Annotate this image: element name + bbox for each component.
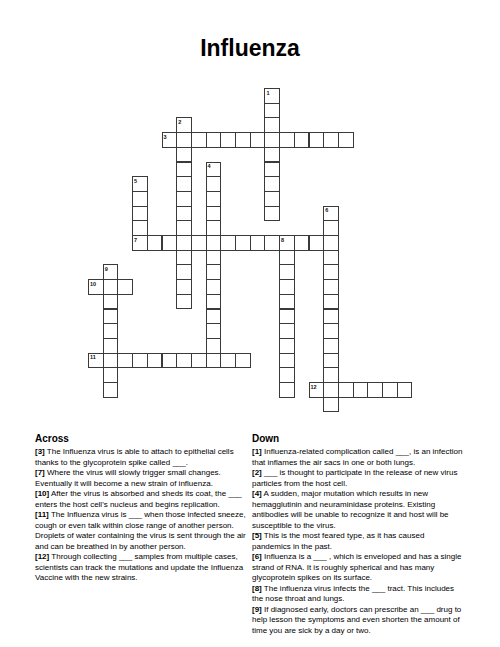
- cell-number: 9: [105, 266, 108, 272]
- clue-number: [5]: [252, 531, 262, 540]
- crossword-cell[interactable]: [264, 117, 280, 133]
- crossword-cell[interactable]: [191, 132, 207, 148]
- crossword-cell[interactable]: [176, 250, 192, 266]
- crossword-cell[interactable]: [309, 132, 325, 148]
- crossword-cell[interactable]: [191, 235, 207, 251]
- clue-number: [7]: [35, 468, 45, 477]
- cell-number: 8: [281, 237, 284, 243]
- crossword-cell[interactable]: [206, 176, 222, 192]
- crossword-cell[interactable]: [353, 382, 369, 398]
- crossword-cell[interactable]: 6: [323, 206, 339, 222]
- crossword-cell[interactable]: [235, 353, 251, 369]
- crossword-cell[interactable]: [103, 367, 119, 383]
- crossword-cell[interactable]: [206, 206, 222, 222]
- crossword-cell[interactable]: [338, 132, 354, 148]
- crossword-cell[interactable]: [279, 279, 295, 295]
- crossword-cell[interactable]: [264, 103, 280, 119]
- crossword-cell[interactable]: [103, 323, 119, 339]
- crossword-cell[interactable]: 3: [162, 132, 178, 148]
- cell-number: 10: [90, 281, 96, 287]
- cell-number: 11: [90, 354, 96, 360]
- crossword-cell[interactable]: [176, 191, 192, 207]
- crossword-cell[interactable]: [323, 367, 339, 383]
- crossword-page: Influenza 123456789101112 Across [3] The…: [0, 0, 500, 647]
- crossword-cell[interactable]: [323, 264, 339, 280]
- crossword-cell[interactable]: [162, 353, 178, 369]
- clue-item: [10] After the virus is absorbed and she…: [35, 489, 248, 510]
- crossword-cell[interactable]: [323, 382, 339, 398]
- clue-number: [6]: [252, 552, 262, 561]
- clue-item: [7] Where the virus will slowly trigger …: [35, 468, 248, 489]
- crossword-cell[interactable]: [176, 176, 192, 192]
- clue-number: [3]: [35, 447, 45, 456]
- crossword-cell[interactable]: [132, 353, 148, 369]
- clue-item: [11] The Influenza virus is ___ when tho…: [35, 510, 248, 552]
- crossword-cell[interactable]: [176, 206, 192, 222]
- crossword-cell[interactable]: [206, 220, 222, 236]
- crossword-cell[interactable]: 2: [176, 117, 192, 133]
- crossword-cell[interactable]: [147, 353, 163, 369]
- cell-number: 4: [208, 163, 211, 169]
- crossword-cell[interactable]: [323, 294, 339, 310]
- crossword-cell[interactable]: [176, 235, 192, 251]
- clues-down-section: Down [1] Influenza-related complication …: [252, 433, 465, 636]
- crossword-cell[interactable]: [323, 220, 339, 236]
- crossword-cell[interactable]: [323, 279, 339, 295]
- crossword-cell[interactable]: 1: [264, 88, 280, 104]
- crossword-cell[interactable]: [235, 132, 251, 148]
- crossword-cell[interactable]: [235, 235, 251, 251]
- page-title: Influenza: [0, 36, 500, 61]
- crossword-cell[interactable]: [176, 132, 192, 148]
- down-header: Down: [252, 433, 465, 444]
- crossword-cell[interactable]: [103, 382, 119, 398]
- crossword-cell[interactable]: [206, 132, 222, 148]
- crossword-cell[interactable]: 11: [88, 353, 104, 369]
- crossword-cell[interactable]: [264, 176, 280, 192]
- crossword-cell[interactable]: [294, 235, 310, 251]
- down-clue-list: [1] Influenza-related complication calle…: [252, 447, 465, 636]
- crossword-cell[interactable]: [206, 279, 222, 295]
- clue-item: [8] The influenza virus infects the ___ …: [252, 584, 465, 605]
- crossword-cell[interactable]: [206, 338, 222, 354]
- crossword-cell[interactable]: [176, 279, 192, 295]
- crossword-cell[interactable]: [323, 132, 339, 148]
- cell-number: 2: [178, 119, 181, 125]
- crossword-cell[interactable]: 5: [132, 176, 148, 192]
- crossword-cell[interactable]: [279, 338, 295, 354]
- clue-item: [3] The Influenza virus is able to attac…: [35, 447, 248, 468]
- crossword-cell[interactable]: [397, 382, 413, 398]
- crossword-cell[interactable]: [323, 250, 339, 266]
- crossword-cell[interactable]: [323, 338, 339, 354]
- across-clue-list: [3] The Influenza virus is able to attac…: [35, 447, 248, 584]
- crossword-cell[interactable]: 9: [103, 264, 119, 280]
- clue-number: [8]: [252, 584, 262, 593]
- crossword-cell[interactable]: [206, 191, 222, 207]
- crossword-cell[interactable]: [206, 250, 222, 266]
- crossword-cell[interactable]: [367, 382, 383, 398]
- crossword-cell[interactable]: [279, 132, 295, 148]
- crossword-cell[interactable]: [264, 162, 280, 178]
- crossword-cell[interactable]: [279, 353, 295, 369]
- clue-item: [4] A sudden, major mutation which resul…: [252, 489, 465, 531]
- crossword-cell[interactable]: [132, 191, 148, 207]
- clues-across-section: Across [3] The Influenza virus is able t…: [35, 433, 248, 584]
- crossword-cell[interactable]: [191, 353, 207, 369]
- crossword-cell[interactable]: [338, 382, 354, 398]
- crossword-cell[interactable]: 8: [279, 235, 295, 251]
- crossword-cell[interactable]: [250, 132, 266, 148]
- crossword-cell[interactable]: [103, 279, 119, 295]
- across-header: Across: [35, 433, 248, 444]
- crossword-cell[interactable]: [264, 235, 280, 251]
- clue-number: [11]: [35, 510, 49, 519]
- crossword-cell[interactable]: 10: [88, 279, 104, 295]
- crossword-cell[interactable]: [220, 235, 236, 251]
- crossword-cell[interactable]: 7: [132, 235, 148, 251]
- clue-number: [9]: [252, 605, 262, 614]
- crossword-cell[interactable]: [103, 353, 119, 369]
- clue-item: [12] Through collecting ___ samples from…: [35, 552, 248, 584]
- crossword-cell[interactable]: [132, 220, 148, 236]
- clue-item: [9] If diagnosed early, doctors can pres…: [252, 605, 465, 637]
- crossword-cell[interactable]: [294, 132, 310, 148]
- crossword-cell[interactable]: [176, 162, 192, 178]
- crossword-cell[interactable]: [103, 338, 119, 354]
- crossword-cell[interactable]: [279, 264, 295, 280]
- crossword-cell[interactable]: [117, 279, 133, 295]
- crossword-cell[interactable]: [206, 323, 222, 339]
- crossword-cell[interactable]: [147, 235, 163, 251]
- clue-number: [10]: [35, 489, 49, 498]
- crossword-cell[interactable]: [264, 206, 280, 222]
- crossword-cell[interactable]: [250, 235, 266, 251]
- crossword-cell[interactable]: [323, 309, 339, 325]
- cell-number: 1: [266, 90, 269, 96]
- crossword-cell[interactable]: [323, 353, 339, 369]
- crossword-cell[interactable]: [206, 309, 222, 325]
- cell-number: 3: [164, 134, 167, 140]
- crossword-cell[interactable]: [264, 191, 280, 207]
- clue-number: [1]: [252, 447, 262, 456]
- crossword-cell[interactable]: [279, 294, 295, 310]
- crossword-cell[interactable]: [176, 294, 192, 310]
- crossword-cell[interactable]: [323, 323, 339, 339]
- crossword-cell[interactable]: [162, 235, 178, 251]
- crossword-cell[interactable]: [206, 264, 222, 280]
- crossword-cell[interactable]: [176, 264, 192, 280]
- clue-number: [4]: [252, 489, 262, 498]
- crossword-cell[interactable]: [176, 353, 192, 369]
- clue-item: [1] Influenza-related complication calle…: [252, 447, 465, 468]
- crossword-cell[interactable]: [220, 353, 236, 369]
- crossword-cell[interactable]: [382, 382, 398, 398]
- crossword-cell[interactable]: [103, 294, 119, 310]
- crossword-cell[interactable]: [279, 367, 295, 383]
- crossword-cell[interactable]: [117, 353, 133, 369]
- crossword-cell[interactable]: [206, 235, 222, 251]
- crossword-cell[interactable]: [176, 147, 192, 163]
- crossword-cell[interactable]: [132, 206, 148, 222]
- cell-number: 12: [311, 384, 317, 390]
- clue-item: [6] Influenza is a ___ , which is envelo…: [252, 552, 465, 584]
- crossword-cell[interactable]: [279, 309, 295, 325]
- crossword-grid: 123456789101112: [88, 88, 412, 412]
- crossword-cell[interactable]: [279, 382, 295, 398]
- crossword-cell[interactable]: [103, 309, 119, 325]
- cell-number: 5: [134, 178, 137, 184]
- crossword-cell[interactable]: [264, 147, 280, 163]
- cell-number: 6: [325, 207, 328, 213]
- clue-number: [2]: [252, 468, 262, 477]
- crossword-cell[interactable]: [264, 132, 280, 148]
- crossword-cell[interactable]: [206, 294, 222, 310]
- crossword-cell[interactable]: [279, 323, 295, 339]
- clue-item: [2] ___ is thought to participate in the…: [252, 468, 465, 489]
- cell-number: 7: [134, 237, 137, 243]
- clue-item: [5] This is the most feared type, as it …: [252, 531, 465, 552]
- clue-number: [12]: [35, 552, 49, 561]
- crossword-cell[interactable]: 4: [206, 162, 222, 178]
- crossword-cell[interactable]: [279, 250, 295, 266]
- crossword-cell[interactable]: [323, 397, 339, 413]
- crossword-cell[interactable]: [309, 235, 325, 251]
- crossword-cell[interactable]: 12: [309, 382, 325, 398]
- crossword-cell[interactable]: [323, 235, 339, 251]
- crossword-cell[interactable]: [220, 132, 236, 148]
- crossword-cell[interactable]: [206, 353, 222, 369]
- crossword-cell[interactable]: [176, 220, 192, 236]
